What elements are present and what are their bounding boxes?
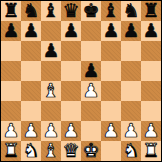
black-pawn[interactable]: ♟ xyxy=(82,60,99,80)
square-b3[interactable] xyxy=(21,101,41,121)
square-f6[interactable] xyxy=(101,41,121,61)
white-knight[interactable]: ♞ xyxy=(122,140,139,160)
square-d8[interactable]: ♛ xyxy=(61,1,81,21)
square-g3[interactable] xyxy=(121,101,141,121)
square-d7[interactable]: ♟ xyxy=(61,21,81,41)
white-bishop[interactable]: ♝ xyxy=(42,140,59,160)
black-pawn[interactable]: ♟ xyxy=(62,20,79,40)
black-knight[interactable]: ♞ xyxy=(22,0,39,20)
square-d5[interactable] xyxy=(61,61,81,81)
black-pawn[interactable]: ♟ xyxy=(142,20,159,40)
square-b2[interactable]: ♟ xyxy=(21,121,41,141)
square-a6[interactable] xyxy=(1,41,21,61)
square-g6[interactable] xyxy=(121,41,141,61)
square-d2[interactable]: ♟ xyxy=(61,121,81,141)
square-h5[interactable] xyxy=(141,61,161,81)
square-f7[interactable]: ♟ xyxy=(101,21,121,41)
white-pawn[interactable]: ♟ xyxy=(22,120,39,140)
square-b7[interactable]: ♟ xyxy=(21,21,41,41)
white-pawn[interactable]: ♟ xyxy=(2,120,19,140)
square-a4[interactable] xyxy=(1,81,21,101)
square-a3[interactable] xyxy=(1,101,21,121)
square-b4[interactable] xyxy=(21,81,41,101)
black-pawn[interactable]: ♟ xyxy=(2,20,19,40)
square-g4[interactable] xyxy=(121,81,141,101)
square-h6[interactable] xyxy=(141,41,161,61)
square-a8[interactable]: ♜ xyxy=(1,1,21,21)
square-e1[interactable]: ♚ xyxy=(81,141,101,161)
black-bishop[interactable]: ♝ xyxy=(102,0,119,20)
square-a5[interactable] xyxy=(1,61,21,81)
square-e4[interactable]: ♟ xyxy=(81,81,101,101)
square-a2[interactable]: ♟ xyxy=(1,121,21,141)
square-e2[interactable] xyxy=(81,121,101,141)
square-e5[interactable]: ♟ xyxy=(81,61,101,81)
square-c8[interactable]: ♝ xyxy=(41,1,61,21)
square-b5[interactable] xyxy=(21,61,41,81)
chess-board: ♜♞♝♛♚♝♞♜♟♟♟♟♟♟♟♟♝♟♟♟♟♟♟♟♟♜♞♝♛♚♞♜ xyxy=(0,0,162,162)
square-c3[interactable] xyxy=(41,101,61,121)
square-a1[interactable]: ♜ xyxy=(1,141,21,161)
square-f3[interactable] xyxy=(101,101,121,121)
square-b1[interactable]: ♞ xyxy=(21,141,41,161)
black-pawn[interactable]: ♟ xyxy=(42,40,59,60)
white-pawn[interactable]: ♟ xyxy=(102,120,119,140)
board-grid: ♜♞♝♛♚♝♞♜♟♟♟♟♟♟♟♟♝♟♟♟♟♟♟♟♟♜♞♝♛♚♞♜ xyxy=(1,1,161,161)
square-c7[interactable] xyxy=(41,21,61,41)
white-bishop[interactable]: ♝ xyxy=(42,80,59,100)
square-c4[interactable]: ♝ xyxy=(41,81,61,101)
square-h7[interactable]: ♟ xyxy=(141,21,161,41)
white-rook[interactable]: ♜ xyxy=(142,140,159,160)
square-f8[interactable]: ♝ xyxy=(101,1,121,21)
black-king[interactable]: ♚ xyxy=(82,0,99,20)
white-pawn[interactable]: ♟ xyxy=(42,120,59,140)
square-c6[interactable]: ♟ xyxy=(41,41,61,61)
square-e8[interactable]: ♚ xyxy=(81,1,101,21)
white-pawn[interactable]: ♟ xyxy=(62,120,79,140)
square-h4[interactable] xyxy=(141,81,161,101)
black-pawn[interactable]: ♟ xyxy=(102,20,119,40)
square-b6[interactable] xyxy=(21,41,41,61)
black-pawn[interactable]: ♟ xyxy=(22,20,39,40)
square-e7[interactable] xyxy=(81,21,101,41)
square-g2[interactable]: ♟ xyxy=(121,121,141,141)
square-e3[interactable] xyxy=(81,101,101,121)
square-f1[interactable] xyxy=(101,141,121,161)
square-d3[interactable] xyxy=(61,101,81,121)
square-d1[interactable]: ♛ xyxy=(61,141,81,161)
white-pawn[interactable]: ♟ xyxy=(142,120,159,140)
black-rook[interactable]: ♜ xyxy=(2,0,19,20)
white-pawn[interactable]: ♟ xyxy=(122,120,139,140)
square-g7[interactable]: ♟ xyxy=(121,21,141,41)
square-h2[interactable]: ♟ xyxy=(141,121,161,141)
square-g1[interactable]: ♞ xyxy=(121,141,141,161)
white-knight[interactable]: ♞ xyxy=(22,140,39,160)
square-a7[interactable]: ♟ xyxy=(1,21,21,41)
black-queen[interactable]: ♛ xyxy=(62,0,79,20)
white-rook[interactable]: ♜ xyxy=(2,140,19,160)
square-h1[interactable]: ♜ xyxy=(141,141,161,161)
black-knight[interactable]: ♞ xyxy=(122,0,139,20)
square-f2[interactable]: ♟ xyxy=(101,121,121,141)
square-g8[interactable]: ♞ xyxy=(121,1,141,21)
square-c1[interactable]: ♝ xyxy=(41,141,61,161)
square-c2[interactable]: ♟ xyxy=(41,121,61,141)
white-queen[interactable]: ♛ xyxy=(62,140,79,160)
square-b8[interactable]: ♞ xyxy=(21,1,41,21)
square-h3[interactable] xyxy=(141,101,161,121)
square-f5[interactable] xyxy=(101,61,121,81)
square-c5[interactable] xyxy=(41,61,61,81)
square-d6[interactable] xyxy=(61,41,81,61)
black-bishop[interactable]: ♝ xyxy=(42,0,59,20)
white-pawn[interactable]: ♟ xyxy=(82,80,99,100)
black-rook[interactable]: ♜ xyxy=(142,0,159,20)
square-f4[interactable] xyxy=(101,81,121,101)
square-g5[interactable] xyxy=(121,61,141,81)
black-pawn[interactable]: ♟ xyxy=(122,20,139,40)
square-h8[interactable]: ♜ xyxy=(141,1,161,21)
white-king[interactable]: ♚ xyxy=(82,140,99,160)
square-d4[interactable] xyxy=(61,81,81,101)
square-e6[interactable] xyxy=(81,41,101,61)
